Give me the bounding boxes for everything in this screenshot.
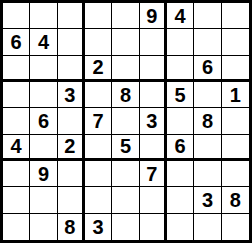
sudoku-cell-r1c6: 9 [140,3,167,29]
sudoku-cell-r1c8[interactable] [194,3,221,29]
sudoku-cell-r1c4[interactable] [85,3,112,29]
sudoku-cell-r9c8[interactable] [194,214,221,240]
sudoku-cell-r5c7[interactable] [167,108,194,134]
sudoku-cell-r7c1[interactable] [3,161,30,187]
sudoku-cell-r6c9[interactable] [222,135,249,161]
sudoku-cell-r9c1[interactable] [3,214,30,240]
sudoku-cell-r2c6[interactable] [140,29,167,55]
sudoku-cell-r5c9[interactable] [222,108,249,134]
sudoku-cell-r4c9: 1 [222,82,249,108]
sudoku-cell-r2c8[interactable] [194,29,221,55]
sudoku-cell-r5c5[interactable] [112,108,139,134]
sudoku-cell-r9c4: 3 [85,214,112,240]
sudoku-cell-r8c5[interactable] [112,187,139,213]
sudoku-cell-r8c8: 3 [194,187,221,213]
sudoku-cell-r2c7[interactable] [167,29,194,55]
sudoku-cell-r7c4[interactable] [85,161,112,187]
sudoku-cell-r1c2[interactable] [30,3,57,29]
sudoku-cell-r7c7[interactable] [167,161,194,187]
sudoku-cell-r9c5[interactable] [112,214,139,240]
sudoku-cell-r7c5[interactable] [112,161,139,187]
sudoku-cell-r2c1: 6 [3,29,30,55]
sudoku-cell-r7c8[interactable] [194,161,221,187]
sudoku-cell-r6c3: 2 [58,135,85,161]
sudoku-cell-r7c9[interactable] [222,161,249,187]
sudoku-cell-r9c2[interactable] [30,214,57,240]
sudoku-cell-r2c4[interactable] [85,29,112,55]
sudoku-cell-r9c9[interactable] [222,214,249,240]
sudoku-cell-r7c6: 7 [140,161,167,187]
sudoku-cell-r9c7[interactable] [167,214,194,240]
sudoku-cell-r1c5[interactable] [112,3,139,29]
sudoku-cell-r6c4[interactable] [85,135,112,161]
sudoku-cell-r4c1[interactable] [3,82,30,108]
sudoku-cell-r6c6[interactable] [140,135,167,161]
sudoku-cell-r4c5: 8 [112,82,139,108]
sudoku-cell-r7c3[interactable] [58,161,85,187]
sudoku-cell-r3c6[interactable] [140,56,167,82]
sudoku-cell-r8c6[interactable] [140,187,167,213]
sudoku-cell-r3c5[interactable] [112,56,139,82]
sudoku-cell-r3c7[interactable] [167,56,194,82]
sudoku-cell-r3c1[interactable] [3,56,30,82]
sudoku-board: 946426385167384256973883 [0,0,252,243]
sudoku-cell-r8c4[interactable] [85,187,112,213]
sudoku-cell-r6c1: 4 [3,135,30,161]
sudoku-cell-r4c6[interactable] [140,82,167,108]
sudoku-cell-r1c1[interactable] [3,3,30,29]
sudoku-cell-r2c9[interactable] [222,29,249,55]
sudoku-cell-r4c7: 5 [167,82,194,108]
sudoku-cell-r1c3[interactable] [58,3,85,29]
sudoku-cell-r8c1[interactable] [3,187,30,213]
sudoku-cell-r3c9[interactable] [222,56,249,82]
sudoku-cell-r8c2[interactable] [30,187,57,213]
sudoku-cell-r9c3: 8 [58,214,85,240]
sudoku-cell-r4c4[interactable] [85,82,112,108]
sudoku-cell-r8c7[interactable] [167,187,194,213]
sudoku-cell-r1c7: 4 [167,3,194,29]
sudoku-cell-r5c6: 3 [140,108,167,134]
sudoku-cell-r1c9[interactable] [222,3,249,29]
sudoku-cell-r3c2[interactable] [30,56,57,82]
sudoku-cell-r5c4: 7 [85,108,112,134]
sudoku-cell-r5c8: 8 [194,108,221,134]
sudoku-cell-r5c2: 6 [30,108,57,134]
sudoku-cell-r5c3[interactable] [58,108,85,134]
sudoku-cell-r4c3: 3 [58,82,85,108]
sudoku-cell-r4c8[interactable] [194,82,221,108]
sudoku-cell-r3c4: 2 [85,56,112,82]
sudoku-cell-r7c2: 9 [30,161,57,187]
sudoku-cell-r4c2[interactable] [30,82,57,108]
sudoku-cell-r6c2[interactable] [30,135,57,161]
sudoku-cell-r2c3[interactable] [58,29,85,55]
sudoku-cell-r8c3[interactable] [58,187,85,213]
sudoku-cell-r9c6[interactable] [140,214,167,240]
sudoku-cell-r2c2: 4 [30,29,57,55]
sudoku-cell-r6c8[interactable] [194,135,221,161]
sudoku-cell-r8c9: 8 [222,187,249,213]
sudoku-cell-r6c7: 6 [167,135,194,161]
sudoku-cell-r5c1[interactable] [3,108,30,134]
sudoku-cell-r6c5: 5 [112,135,139,161]
sudoku-cell-r2c5[interactable] [112,29,139,55]
sudoku-cell-r3c8: 6 [194,56,221,82]
sudoku-cell-r3c3[interactable] [58,56,85,82]
